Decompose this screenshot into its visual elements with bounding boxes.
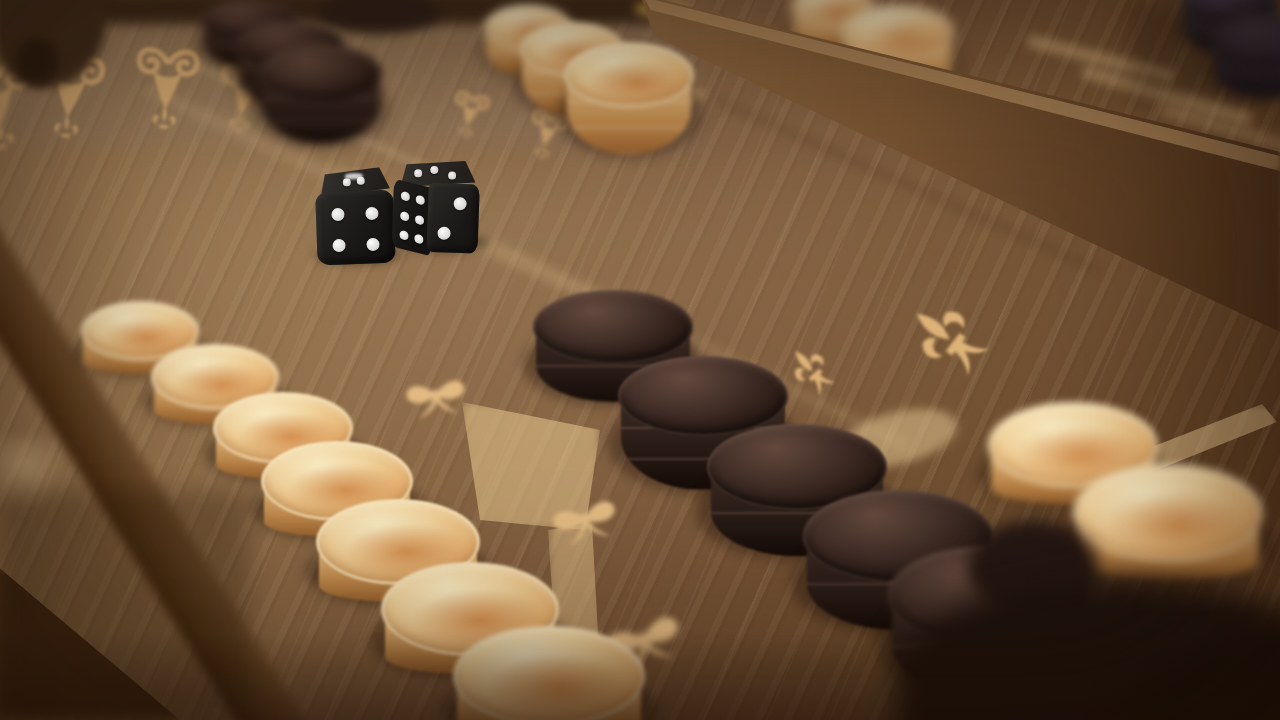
light-checker[interactable] — [1073, 464, 1263, 580]
board-scene — [0, 0, 1280, 720]
dark-checker-stack[interactable] — [260, 44, 382, 144]
die-face-front — [315, 190, 395, 266]
die-showing-4[interactable] — [314, 167, 395, 266]
die-showing-2-and-6[interactable] — [392, 159, 479, 256]
point-inlay-scroll — [124, 37, 207, 150]
light-checker-stack[interactable] — [564, 42, 694, 154]
backgammon-board-photo — [0, 0, 1280, 720]
carved-far-rail-notch — [16, 38, 58, 84]
top-right-darken — [1130, 0, 1280, 100]
die-face-frontR — [426, 182, 480, 253]
left-bottom-darken — [0, 490, 250, 720]
fleur-de-lis-inlay — [897, 290, 1000, 389]
